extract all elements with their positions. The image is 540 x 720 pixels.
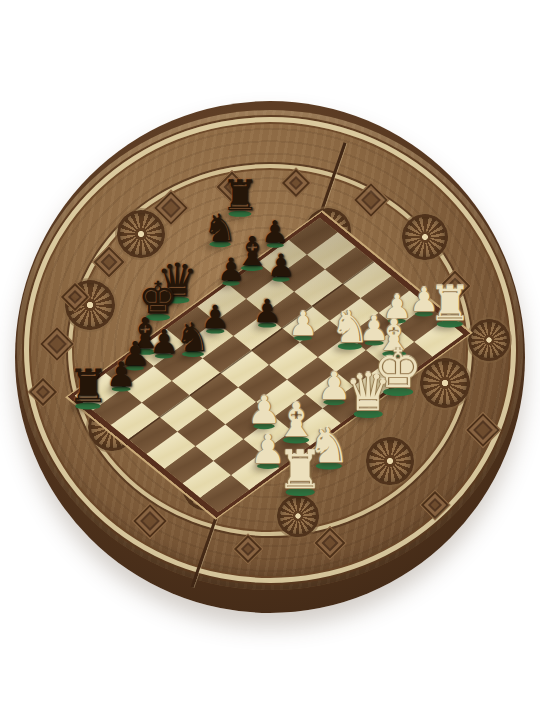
black-pawn-icon: ♟ bbox=[149, 325, 179, 358]
white-knight-icon: ♞ bbox=[330, 305, 369, 349]
black-rook-icon: ♜ bbox=[67, 363, 108, 409]
white-rook-icon: ♜ bbox=[277, 444, 324, 496]
photo-scene: ♜♞♟♝♟♟♛♚♝♟♟♟♞♟♟♜♟♟♜♟♞♟♝♚♟♛♟♝♞♟♜ bbox=[0, 0, 540, 720]
black-knight-icon: ♞ bbox=[203, 209, 237, 247]
black-pawn-icon: ♟ bbox=[253, 295, 282, 327]
white-pawn-icon: ♟ bbox=[288, 307, 318, 340]
white-rook-icon: ♜ bbox=[428, 279, 471, 327]
black-pawn-icon: ♟ bbox=[267, 250, 295, 281]
white-queen-icon: ♛ bbox=[345, 366, 392, 418]
black-pawn-icon: ♟ bbox=[217, 254, 245, 285]
black-knight-icon: ♞ bbox=[175, 317, 211, 357]
black-pawn-icon: ♟ bbox=[106, 357, 136, 391]
pieces-layer: ♜♞♟♝♟♟♛♚♝♟♟♟♞♟♟♜♟♟♜♟♞♟♝♚♟♛♟♝♞♟♜ bbox=[0, 0, 540, 720]
